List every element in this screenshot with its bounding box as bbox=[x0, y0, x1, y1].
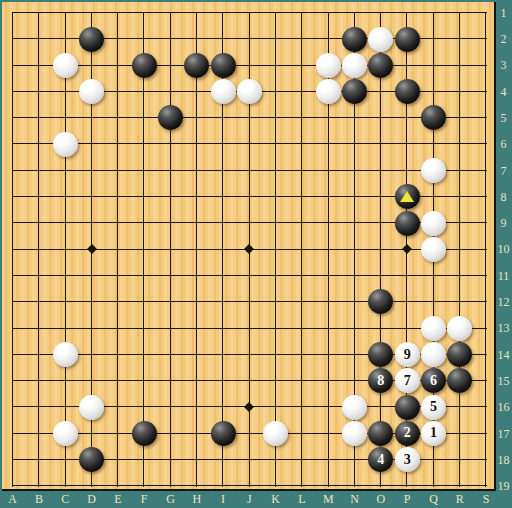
stone-white-Q9 bbox=[421, 211, 446, 236]
row-label-1: 1 bbox=[496, 5, 511, 20]
col-label-H: H bbox=[192, 492, 201, 507]
stone-white-M4 bbox=[316, 79, 341, 104]
stone-black-O3 bbox=[368, 53, 393, 78]
stone-white-P18: 3 bbox=[395, 447, 420, 472]
move-number-1: 1 bbox=[430, 426, 437, 440]
col-label-C: C bbox=[61, 492, 69, 507]
stone-black-Q15: 6 bbox=[421, 368, 446, 393]
stone-white-D16 bbox=[79, 395, 104, 420]
stone-white-J4 bbox=[237, 79, 262, 104]
stone-black-R15 bbox=[447, 368, 472, 393]
stone-black-P4 bbox=[395, 79, 420, 104]
row-label-2: 2 bbox=[496, 32, 511, 47]
stone-white-D4 bbox=[79, 79, 104, 104]
col-label-R: R bbox=[456, 492, 464, 507]
stone-white-Q7 bbox=[421, 158, 446, 183]
stone-black-Q5 bbox=[421, 105, 446, 130]
col-label-P: P bbox=[404, 492, 411, 507]
stone-black-D18 bbox=[79, 447, 104, 472]
stone-white-P15: 7 bbox=[395, 368, 420, 393]
col-label-O: O bbox=[377, 492, 386, 507]
col-label-J: J bbox=[247, 492, 252, 507]
col-label-G: G bbox=[166, 492, 175, 507]
col-label-K: K bbox=[271, 492, 280, 507]
stones-layer: 987652143 bbox=[0, 0, 499, 499]
stone-white-M3 bbox=[316, 53, 341, 78]
stone-black-P16 bbox=[395, 395, 420, 420]
stone-black-O12 bbox=[368, 289, 393, 314]
stone-white-C3 bbox=[53, 53, 78, 78]
stone-black-H3 bbox=[184, 53, 209, 78]
stone-black-O14 bbox=[368, 342, 393, 367]
move-number-4: 4 bbox=[377, 453, 384, 467]
row-label-7: 7 bbox=[496, 163, 511, 178]
row-label-18: 18 bbox=[496, 452, 511, 467]
col-label-Q: Q bbox=[429, 492, 438, 507]
stone-white-I4 bbox=[211, 79, 236, 104]
stone-white-Q10 bbox=[421, 237, 446, 262]
stone-white-R13 bbox=[447, 316, 472, 341]
stone-black-G5 bbox=[158, 105, 183, 130]
stone-black-P8 bbox=[395, 184, 420, 209]
row-label-17: 17 bbox=[496, 426, 511, 441]
stone-black-R14 bbox=[447, 342, 472, 367]
stone-white-P14: 9 bbox=[395, 342, 420, 367]
move-number-9: 9 bbox=[404, 348, 411, 362]
col-label-M: M bbox=[323, 492, 334, 507]
row-label-10: 10 bbox=[496, 242, 511, 257]
stone-white-N3 bbox=[342, 53, 367, 78]
row-label-15: 15 bbox=[496, 373, 511, 388]
move-number-7: 7 bbox=[404, 374, 411, 388]
move-number-2: 2 bbox=[404, 426, 411, 440]
stone-black-F17 bbox=[132, 421, 157, 446]
stone-black-D2 bbox=[79, 27, 104, 52]
stone-white-C17 bbox=[53, 421, 78, 446]
stone-white-Q17: 1 bbox=[421, 421, 446, 446]
row-label-4: 4 bbox=[496, 84, 511, 99]
stone-white-C14 bbox=[53, 342, 78, 367]
stone-white-Q13 bbox=[421, 316, 446, 341]
row-label-13: 13 bbox=[496, 321, 511, 336]
col-label-A: A bbox=[8, 492, 17, 507]
move-number-3: 3 bbox=[404, 453, 411, 467]
stone-white-K17 bbox=[263, 421, 288, 446]
move-number-5: 5 bbox=[430, 400, 437, 414]
stone-white-Q16: 5 bbox=[421, 395, 446, 420]
stone-black-N2 bbox=[342, 27, 367, 52]
stone-black-I17 bbox=[211, 421, 236, 446]
stone-black-O17 bbox=[368, 421, 393, 446]
stone-black-I3 bbox=[211, 53, 236, 78]
stone-black-O15: 8 bbox=[368, 368, 393, 393]
last-move-triangle-marker bbox=[400, 191, 414, 202]
col-label-N: N bbox=[350, 492, 359, 507]
col-label-L: L bbox=[298, 492, 305, 507]
row-label-12: 12 bbox=[496, 295, 511, 310]
row-label-6: 6 bbox=[496, 137, 511, 152]
col-label-I: I bbox=[221, 492, 225, 507]
stone-black-N4 bbox=[342, 79, 367, 104]
move-number-6: 6 bbox=[430, 374, 437, 388]
stone-black-P17: 2 bbox=[395, 421, 420, 446]
col-label-S: S bbox=[483, 492, 490, 507]
row-label-3: 3 bbox=[496, 58, 511, 73]
col-label-F: F bbox=[141, 492, 148, 507]
col-label-E: E bbox=[114, 492, 121, 507]
col-label-B: B bbox=[35, 492, 43, 507]
stone-white-Q14 bbox=[421, 342, 446, 367]
stone-white-O2 bbox=[368, 27, 393, 52]
stone-white-N17 bbox=[342, 421, 367, 446]
row-label-8: 8 bbox=[496, 189, 511, 204]
stone-black-P9 bbox=[395, 211, 420, 236]
go-board-panel: 987652143 ABCDEFGHIJKLMNOPQRS 1234567891… bbox=[0, 0, 512, 508]
row-label-19: 19 bbox=[496, 479, 511, 494]
stone-black-F3 bbox=[132, 53, 157, 78]
row-label-16: 16 bbox=[496, 400, 511, 415]
move-number-8: 8 bbox=[377, 374, 384, 388]
stone-black-O18: 4 bbox=[368, 447, 393, 472]
stone-white-C6 bbox=[53, 132, 78, 157]
stone-black-P2 bbox=[395, 27, 420, 52]
col-label-D: D bbox=[87, 492, 96, 507]
row-label-11: 11 bbox=[496, 268, 511, 283]
row-label-5: 5 bbox=[496, 110, 511, 125]
stone-white-N16 bbox=[342, 395, 367, 420]
row-label-9: 9 bbox=[496, 216, 511, 231]
row-label-14: 14 bbox=[496, 347, 511, 362]
